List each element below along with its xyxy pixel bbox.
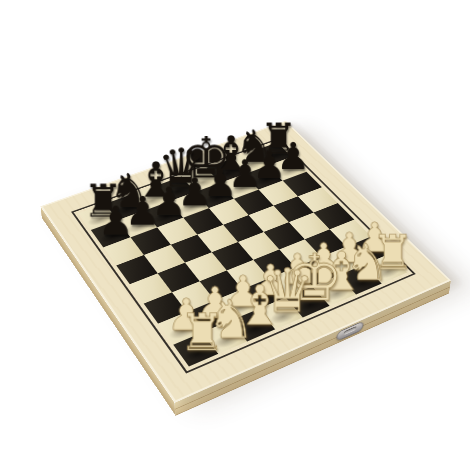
product-photo-canvas: ♜♞♝♛♚♝♞♜♟♟♟♟♟♟♟♟♟♟♟♟♟♟♟♟♜♞♝♛♚♝♞♜ [0, 0, 470, 470]
piece-black-pawn[interactable]: ♟ [98, 201, 134, 241]
square-a1[interactable]: ♜ [173, 333, 218, 367]
piece-white-rook[interactable]: ♜ [179, 307, 225, 358]
board-frame: ♜♞♝♛♚♝♞♜♟♟♟♟♟♟♟♟♟♟♟♟♟♟♟♟♜♞♝♛♚♝♞♜ [40, 121, 451, 403]
scene-3d: ♜♞♝♛♚♝♞♜♟♟♟♟♟♟♟♟♟♟♟♟♟♟♟♟♜♞♝♛♚♝♞♜ [0, 0, 470, 470]
square-a5[interactable] [116, 255, 157, 284]
chess-board: ♜♞♝♛♚♝♞♜♟♟♟♟♟♟♟♟♟♟♟♟♟♟♟♟♜♞♝♛♚♝♞♜ [40, 121, 451, 403]
